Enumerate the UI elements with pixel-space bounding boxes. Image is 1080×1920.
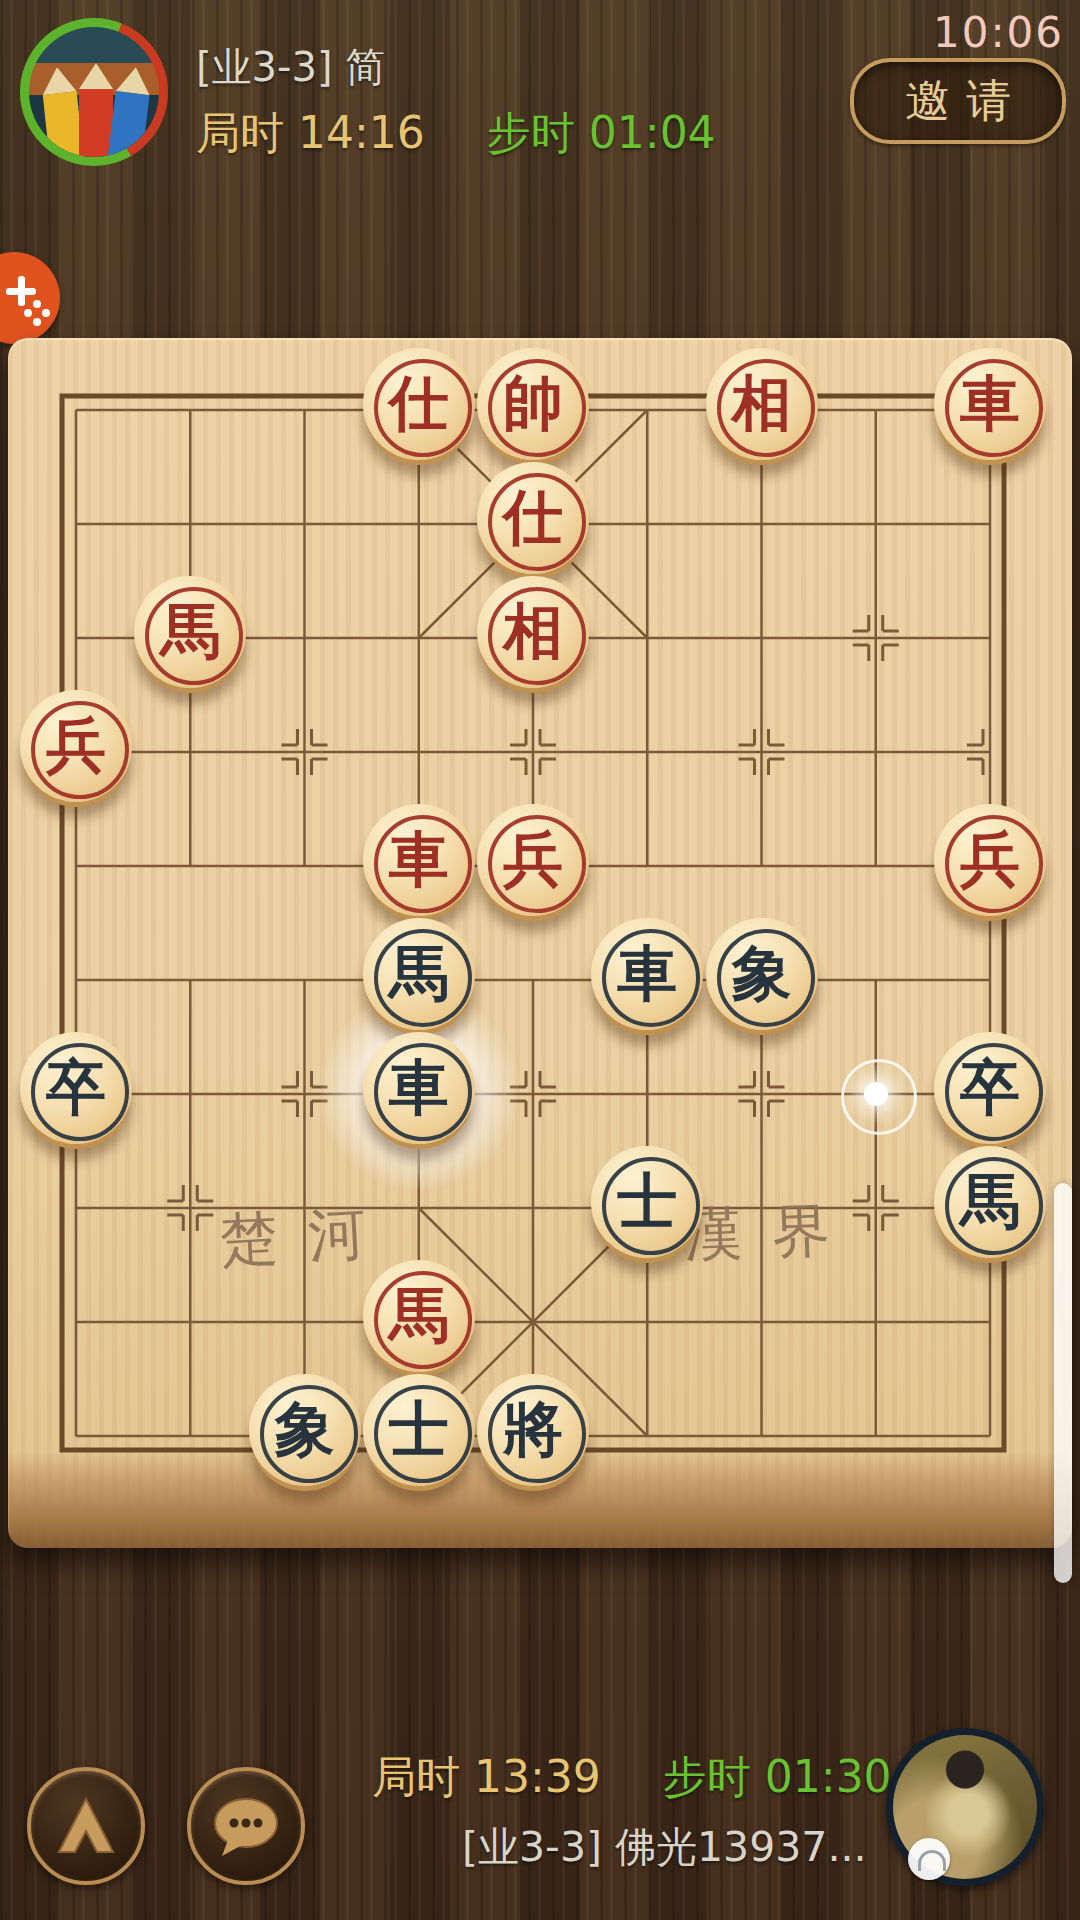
piece-red-king[interactable]: 帥: [477, 348, 589, 460]
piece-black-horse[interactable]: 馬: [934, 1146, 1046, 1258]
step-time-label: 步时: [487, 107, 575, 158]
piece-red-elephant[interactable]: 相: [706, 348, 818, 460]
side-tab-button[interactable]: [0, 252, 60, 344]
opponent-timers: 局时 14:16 步时 01:04: [196, 104, 716, 163]
piece-red-advisor[interactable]: 仕: [477, 462, 589, 574]
opponent-name: [业3-3] 简: [196, 40, 385, 95]
rank-mountain-icon: [50, 1794, 122, 1858]
piece-red-elephant[interactable]: 相: [477, 576, 589, 688]
step-time-value: 01:30: [765, 1751, 892, 1802]
river-text-right: 漢界: [683, 1191, 862, 1275]
invite-button[interactable]: 邀请: [850, 58, 1066, 144]
piece-black-king[interactable]: 將: [477, 1374, 589, 1486]
piece-black-horse[interactable]: 馬: [363, 918, 475, 1030]
step-time-value: 01:04: [589, 107, 716, 158]
step-time-label: 步时: [663, 1751, 751, 1802]
game-screen: 10:06 [业3-3] 简 局时 14:16 步时 01:04 邀请 楚河 漢…: [0, 0, 1080, 1920]
network-signal-badge: [908, 1838, 950, 1880]
rank-button[interactable]: [27, 1767, 145, 1885]
game-time-label: 局时: [196, 107, 284, 158]
piece-black-elephant[interactable]: 象: [249, 1374, 361, 1486]
piece-red-horse[interactable]: 馬: [363, 1260, 475, 1372]
xiangqi-board[interactable]: 楚河 漢界 仕帥相車仕相馬兵車兵兵馬馬車象卒車卒士馬象士將: [8, 338, 1072, 1548]
piece-red-pawn[interactable]: 兵: [20, 690, 132, 802]
game-time-value: 13:39: [474, 1751, 601, 1802]
game-time-label: 局时: [372, 1751, 460, 1802]
piece-red-horse[interactable]: 馬: [134, 576, 246, 688]
piece-black-pawn[interactable]: 卒: [20, 1032, 132, 1144]
piece-black-elephant[interactable]: 象: [706, 918, 818, 1030]
opponent-avatar[interactable]: [20, 18, 168, 166]
piece-red-pawn[interactable]: 兵: [934, 804, 1046, 916]
game-time-value: 14:16: [298, 107, 425, 158]
piece-black-rook[interactable]: 車: [591, 918, 703, 1030]
player-timers: 局时 13:39 步时 01:30: [372, 1748, 892, 1807]
status-clock: 10:06: [933, 8, 1064, 57]
player-name: [业3-3] 佛光13937...: [462, 1820, 867, 1875]
chat-bubble-icon: [208, 1793, 284, 1859]
game-pad-dots-icon: [24, 300, 50, 326]
piece-black-pawn[interactable]: 卒: [934, 1032, 1046, 1144]
move-target-dot[interactable]: [841, 1059, 917, 1135]
opponent-avatar-image: [29, 27, 159, 157]
chat-button[interactable]: [187, 1767, 305, 1885]
scrollbar-thumb[interactable]: [1054, 1183, 1072, 1583]
piece-red-rook[interactable]: 車: [934, 348, 1046, 460]
piece-red-rook[interactable]: 車: [363, 804, 475, 916]
piece-red-pawn[interactable]: 兵: [477, 804, 589, 916]
piece-black-advisor[interactable]: 士: [363, 1374, 475, 1486]
piece-red-advisor[interactable]: 仕: [363, 348, 475, 460]
piece-black-advisor[interactable]: 士: [591, 1146, 703, 1258]
pencil-graphic: [79, 63, 113, 157]
piece-black-rook[interactable]: 車: [363, 1032, 475, 1144]
pencil-graphic: [40, 65, 84, 157]
river-text-left: 楚河: [218, 1193, 398, 1280]
pencil-graphic: [107, 65, 152, 157]
